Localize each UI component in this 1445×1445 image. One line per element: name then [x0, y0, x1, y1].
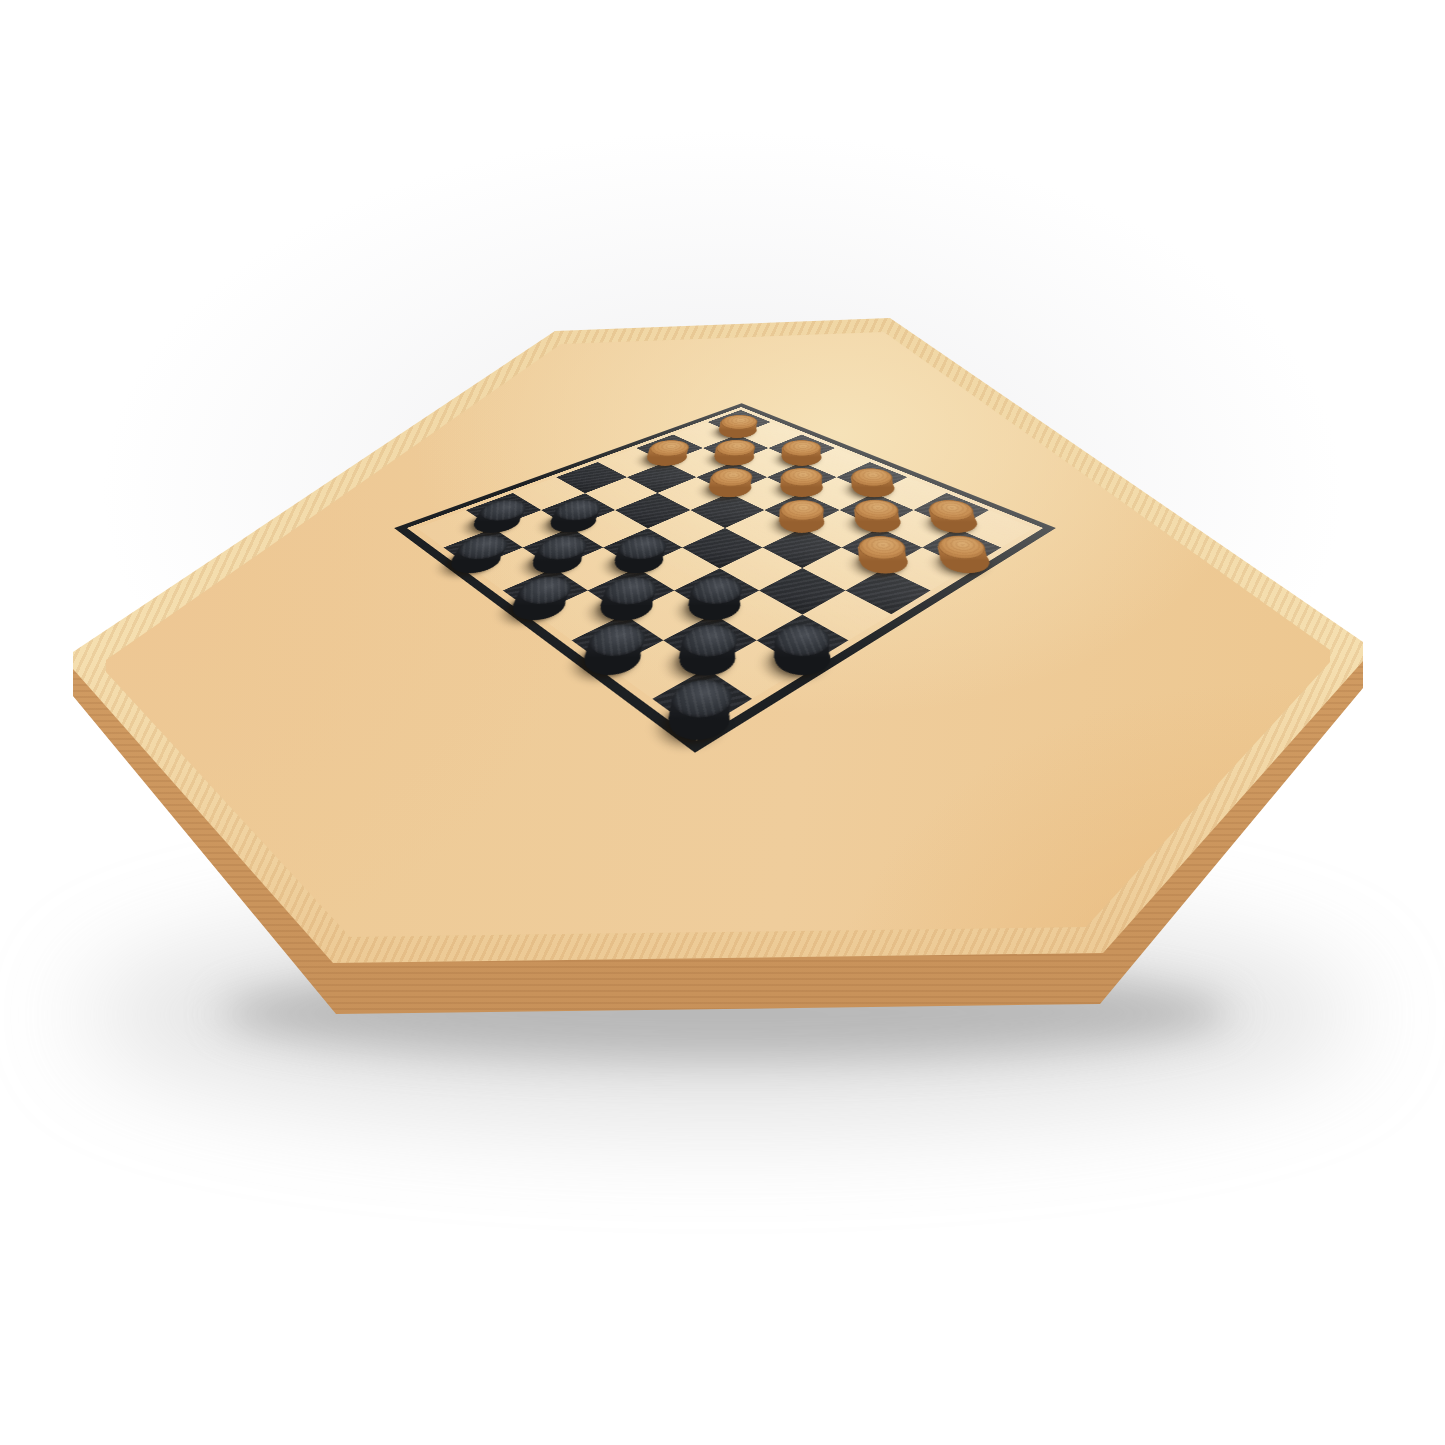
checker-wooden-g1[interactable]: [929, 531, 995, 564]
checker-wooden-f6[interactable]: [703, 465, 761, 491]
checker-black-a5[interactable]: [510, 572, 581, 610]
checker-wooden-f2[interactable]: [849, 531, 915, 564]
checker-black-c1[interactable]: [764, 619, 840, 663]
checker-wooden-g3[interactable]: [846, 496, 908, 525]
checker-wooden-f4[interactable]: [771, 496, 833, 525]
checker-black-c3[interactable]: [681, 572, 752, 610]
checker-wooden-g5[interactable]: [773, 465, 831, 491]
checker-black-c5[interactable]: [610, 531, 676, 564]
checker-wooden-g7[interactable]: [708, 437, 763, 460]
page: { "game": "checkers", "scene": "Octagona…: [0, 0, 1445, 1445]
checker-black-b2[interactable]: [672, 619, 748, 663]
board-pieces: [417, 410, 1034, 732]
checker-black-a3[interactable]: [579, 619, 655, 663]
checker-black-a7[interactable]: [450, 531, 516, 564]
checkers-board: [394, 403, 1056, 752]
checker-black-b6[interactable]: [530, 531, 596, 564]
checker-black-b4[interactable]: [596, 572, 667, 610]
checkers-board-scene: [491, 294, 959, 762]
checker-black-c7[interactable]: [547, 496, 609, 525]
